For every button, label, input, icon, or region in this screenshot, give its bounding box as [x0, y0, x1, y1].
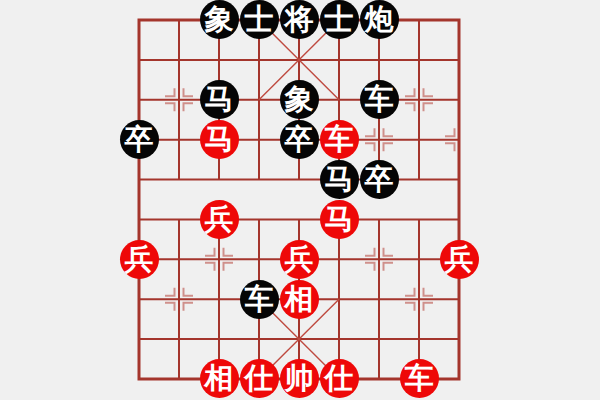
piece-black-advisor[interactable]: 士: [240, 0, 279, 39]
piece-red-soldier[interactable]: 兵: [280, 240, 319, 279]
piece-black-elephant[interactable]: 象: [280, 80, 319, 119]
xiangqi-board: 象士将士炮马象车卒马卒车马卒兵马兵兵兵车相相仕帅仕车: [119, 0, 479, 399]
piece-red-chariot[interactable]: 车: [320, 120, 359, 159]
piece-red-advisor[interactable]: 仕: [240, 359, 279, 398]
xiangqi-board-screen: 象士将士炮马象车卒马卒车马卒兵马兵兵兵车相相仕帅仕车: [0, 0, 600, 400]
piece-black-horse[interactable]: 马: [200, 80, 239, 119]
piece-red-soldier[interactable]: 兵: [120, 240, 159, 279]
piece-black-chariot[interactable]: 车: [240, 280, 279, 319]
piece-red-soldier[interactable]: 兵: [440, 240, 479, 279]
piece-red-advisor[interactable]: 仕: [320, 359, 359, 398]
piece-black-soldier[interactable]: 卒: [280, 120, 319, 159]
piece-black-chariot[interactable]: 车: [360, 80, 399, 119]
piece-red-chariot[interactable]: 车: [400, 359, 439, 398]
piece-red-elephant[interactable]: 相: [200, 359, 239, 398]
piece-black-soldier[interactable]: 卒: [120, 120, 159, 159]
piece-red-horse[interactable]: 马: [200, 120, 239, 159]
piece-red-general[interactable]: 帅: [280, 359, 319, 398]
piece-black-elephant[interactable]: 象: [200, 0, 239, 39]
piece-red-horse[interactable]: 马: [320, 200, 359, 239]
piece-black-advisor[interactable]: 士: [320, 0, 359, 39]
piece-black-cannon[interactable]: 炮: [360, 0, 399, 39]
piece-red-soldier[interactable]: 兵: [200, 200, 239, 239]
piece-black-soldier[interactable]: 卒: [360, 160, 399, 199]
piece-red-elephant[interactable]: 相: [280, 280, 319, 319]
piece-black-horse[interactable]: 马: [320, 160, 359, 199]
piece-black-general[interactable]: 将: [280, 0, 319, 39]
